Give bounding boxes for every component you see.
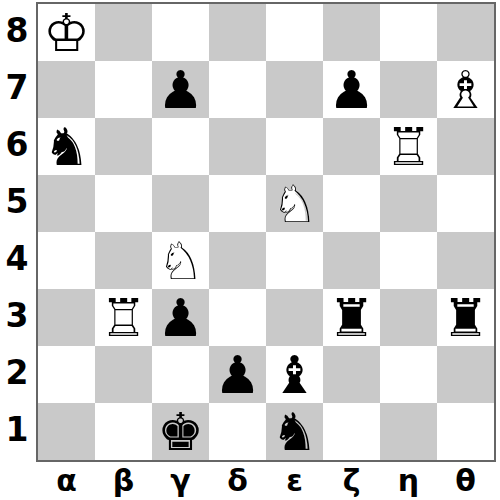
square-a6[interactable]: ♞ (38, 118, 95, 175)
square-f8[interactable] (323, 4, 380, 61)
square-a8[interactable]: ♚♔ (38, 4, 95, 61)
white-king: ♚♔ (38, 4, 95, 61)
square-b7[interactable] (95, 61, 152, 118)
black-pawn: ♟ (209, 346, 266, 403)
square-d5[interactable] (209, 175, 266, 232)
file-label-f: ζ (323, 466, 380, 496)
square-a2[interactable] (38, 346, 95, 403)
square-h7[interactable]: ♝♗ (437, 61, 494, 118)
square-e1[interactable]: ♞ (266, 403, 323, 460)
square-b2[interactable] (95, 346, 152, 403)
square-f4[interactable] (323, 232, 380, 289)
white-bishop: ♝♗ (437, 61, 494, 118)
square-f7[interactable]: ♟ (323, 61, 380, 118)
square-f3[interactable]: ♜ (323, 289, 380, 346)
square-h4[interactable] (437, 232, 494, 289)
square-c3[interactable]: ♟ (152, 289, 209, 346)
black-bishop: ♝ (266, 346, 323, 403)
square-b1[interactable] (95, 403, 152, 460)
square-e7[interactable] (266, 61, 323, 118)
square-e6[interactable] (266, 118, 323, 175)
square-a1[interactable] (38, 403, 95, 460)
square-g1[interactable] (380, 403, 437, 460)
board: ♚♔♟♟♝♗♞♜♖♞♘♞♘♜♖♟♜♜♟♝♚♞ (36, 2, 496, 462)
square-f5[interactable] (323, 175, 380, 232)
square-c5[interactable] (152, 175, 209, 232)
square-e8[interactable] (266, 4, 323, 61)
white-rook: ♜♖ (95, 289, 152, 346)
square-b3[interactable]: ♜♖ (95, 289, 152, 346)
file-label-g: η (380, 466, 437, 496)
square-d2[interactable]: ♟ (209, 346, 266, 403)
square-g6[interactable]: ♜♖ (380, 118, 437, 175)
square-h1[interactable] (437, 403, 494, 460)
square-c7[interactable]: ♟ (152, 61, 209, 118)
white-knight: ♞♘ (152, 232, 209, 289)
file-label-b: β (95, 466, 152, 496)
square-d7[interactable] (209, 61, 266, 118)
black-pawn: ♟ (152, 61, 209, 118)
rank-labels: 87654321 (0, 2, 34, 458)
file-label-e: ε (266, 466, 323, 496)
black-pawn: ♟ (323, 61, 380, 118)
square-b5[interactable] (95, 175, 152, 232)
white-knight-outline: ♘ (152, 232, 209, 289)
rank-label-3: 3 (0, 287, 34, 344)
white-knight: ♞♘ (266, 175, 323, 232)
black-pawn: ♟ (152, 289, 209, 346)
chess-diagram: 87654321 ♚♔♟♟♝♗♞♜♖♞♘♞♘♜♖♟♜♜♟♝♚♞ αβγδεζηθ (0, 0, 500, 500)
black-knight: ♞ (266, 403, 323, 460)
file-label-c: γ (152, 466, 209, 496)
square-d4[interactable] (209, 232, 266, 289)
white-king-outline: ♔ (38, 4, 95, 61)
square-c4[interactable]: ♞♘ (152, 232, 209, 289)
square-e4[interactable] (266, 232, 323, 289)
white-bishop-outline: ♗ (437, 61, 494, 118)
black-king: ♚ (152, 403, 209, 460)
square-h2[interactable] (437, 346, 494, 403)
black-rook: ♜ (323, 289, 380, 346)
rank-label-1: 1 (0, 401, 34, 458)
square-g4[interactable] (380, 232, 437, 289)
square-g2[interactable] (380, 346, 437, 403)
square-c8[interactable] (152, 4, 209, 61)
square-g8[interactable] (380, 4, 437, 61)
white-rook-outline: ♖ (380, 118, 437, 175)
square-e5[interactable]: ♞♘ (266, 175, 323, 232)
white-rook: ♜♖ (380, 118, 437, 175)
square-g3[interactable] (380, 289, 437, 346)
square-a5[interactable] (38, 175, 95, 232)
rank-label-6: 6 (0, 116, 34, 173)
square-d8[interactable] (209, 4, 266, 61)
square-b4[interactable] (95, 232, 152, 289)
square-f6[interactable] (323, 118, 380, 175)
square-a4[interactable] (38, 232, 95, 289)
rank-label-5: 5 (0, 173, 34, 230)
black-rook: ♜ (437, 289, 494, 346)
square-h6[interactable] (437, 118, 494, 175)
square-b6[interactable] (95, 118, 152, 175)
white-knight-outline: ♘ (266, 175, 323, 232)
rank-label-7: 7 (0, 59, 34, 116)
square-d1[interactable] (209, 403, 266, 460)
rank-label-2: 2 (0, 344, 34, 401)
square-f2[interactable] (323, 346, 380, 403)
square-f1[interactable] (323, 403, 380, 460)
rank-label-4: 4 (0, 230, 34, 287)
square-h8[interactable] (437, 4, 494, 61)
white-rook-outline: ♖ (95, 289, 152, 346)
file-label-d: δ (209, 466, 266, 496)
square-c2[interactable] (152, 346, 209, 403)
square-b8[interactable] (95, 4, 152, 61)
square-h3[interactable]: ♜ (437, 289, 494, 346)
rank-label-8: 8 (0, 2, 34, 59)
square-a7[interactable] (38, 61, 95, 118)
square-d6[interactable] (209, 118, 266, 175)
file-labels: αβγδεζηθ (38, 462, 494, 500)
black-knight: ♞ (38, 118, 95, 175)
square-d3[interactable] (209, 289, 266, 346)
square-e2[interactable]: ♝ (266, 346, 323, 403)
square-c6[interactable] (152, 118, 209, 175)
square-h5[interactable] (437, 175, 494, 232)
file-label-a: α (38, 466, 95, 496)
file-label-h: θ (437, 466, 494, 496)
square-g7[interactable] (380, 61, 437, 118)
square-c1[interactable]: ♚ (152, 403, 209, 460)
square-g5[interactable] (380, 175, 437, 232)
square-e3[interactable] (266, 289, 323, 346)
square-a3[interactable] (38, 289, 95, 346)
